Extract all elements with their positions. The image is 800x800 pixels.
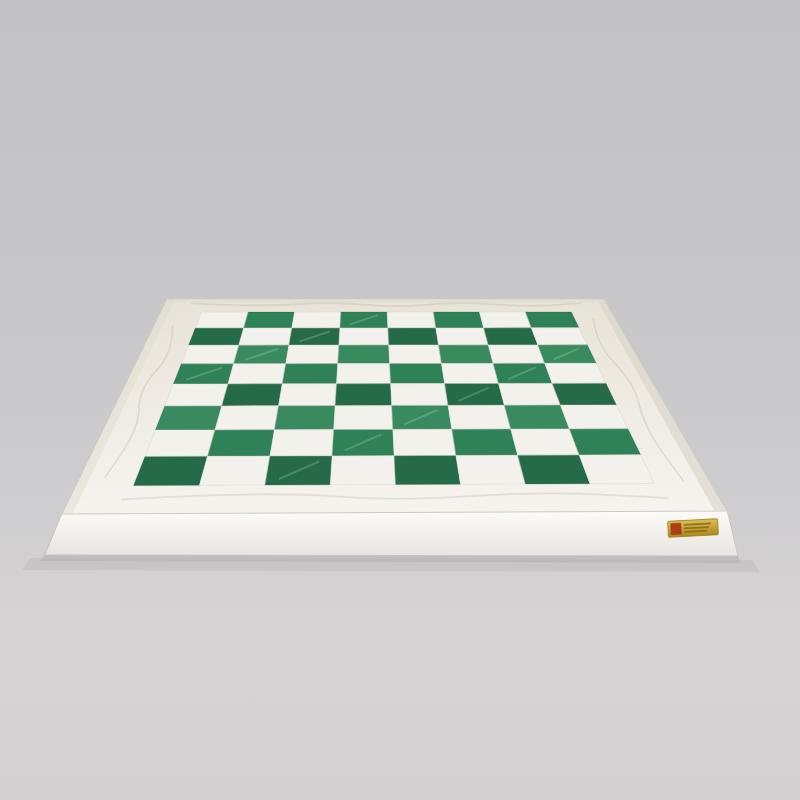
square-h3: [560, 405, 628, 429]
square-g7: [484, 328, 538, 345]
board-front-edge: [45, 510, 738, 556]
square-g3: [504, 405, 569, 429]
square-g8: [479, 312, 531, 328]
square-h5: [545, 363, 606, 383]
square-c2: [270, 430, 334, 457]
square-e4: [391, 384, 448, 406]
square-a3: [155, 406, 221, 430]
square-g2: [511, 429, 580, 455]
chessboard-photo: [0, 0, 800, 800]
square-f3: [448, 405, 511, 429]
square-a7: [189, 328, 244, 345]
square-a4: [165, 384, 228, 406]
square-g6: [488, 345, 545, 364]
square-c8: [292, 312, 341, 328]
square-c6: [286, 345, 339, 364]
square-h8: [525, 312, 579, 328]
square-d7: [339, 328, 389, 345]
square-c3: [274, 406, 335, 430]
square-a6: [181, 345, 239, 364]
square-f1: [456, 455, 525, 484]
square-e8: [387, 312, 436, 328]
square-f2: [452, 429, 518, 455]
square-d3: [334, 406, 393, 430]
square-g1: [518, 455, 590, 484]
square-f7: [436, 328, 488, 345]
square-a1: [134, 456, 208, 485]
square-a2: [145, 430, 215, 457]
square-d5: [337, 364, 391, 384]
square-e5: [390, 364, 445, 384]
square-b3: [215, 406, 279, 430]
square-b8: [244, 312, 295, 328]
square-b4: [222, 384, 283, 406]
square-h2: [569, 429, 640, 455]
square-d1: [330, 456, 395, 485]
square-b1: [199, 456, 270, 485]
square-h7: [531, 328, 587, 345]
square-e1: [394, 455, 460, 484]
square-c5: [282, 364, 338, 384]
square-b5: [228, 364, 286, 384]
studio-backdrop: [0, 0, 800, 800]
square-b2: [208, 430, 275, 457]
square-e6: [389, 345, 442, 364]
square-a8: [195, 312, 248, 328]
square-d6: [338, 345, 390, 364]
square-b7: [239, 328, 292, 345]
manufacturer-label: [668, 519, 719, 538]
square-d4: [335, 384, 392, 406]
square-h4: [552, 383, 616, 405]
square-c4: [279, 384, 337, 406]
square-e2: [393, 429, 456, 455]
far-edge-bevel: [167, 299, 604, 303]
square-f5: [441, 363, 498, 383]
label-red-emblem: [671, 523, 682, 535]
square-f8: [433, 312, 483, 328]
square-e7: [388, 328, 439, 345]
square-f6: [439, 345, 494, 364]
square-g4: [499, 383, 561, 405]
